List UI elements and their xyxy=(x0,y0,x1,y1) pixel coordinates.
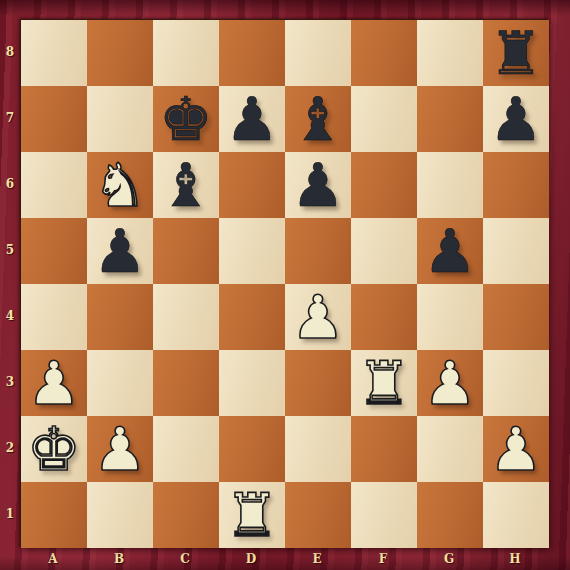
square-f5[interactable] xyxy=(351,218,417,284)
file-labels: ABCDEFGH xyxy=(20,547,548,570)
square-c5[interactable] xyxy=(153,218,219,284)
rank-label-8: 8 xyxy=(0,19,20,85)
piece-white-pawn[interactable]: ♟ xyxy=(21,350,87,416)
piece-black-pawn[interactable]: ♟ xyxy=(219,86,285,152)
square-e7[interactable]: ♝ xyxy=(285,86,351,152)
square-a4[interactable] xyxy=(21,284,87,350)
square-h2[interactable]: ♟ xyxy=(483,416,549,482)
square-g3[interactable]: ♟ xyxy=(417,350,483,416)
square-g4[interactable] xyxy=(417,284,483,350)
square-f7[interactable] xyxy=(351,86,417,152)
piece-black-bishop[interactable]: ♝ xyxy=(285,86,351,152)
square-c4[interactable] xyxy=(153,284,219,350)
file-label-b: B xyxy=(86,547,152,570)
square-a7[interactable] xyxy=(21,86,87,152)
square-a5[interactable] xyxy=(21,218,87,284)
square-e5[interactable] xyxy=(285,218,351,284)
square-f4[interactable] xyxy=(351,284,417,350)
square-d4[interactable] xyxy=(219,284,285,350)
rank-label-2: 2 xyxy=(0,415,20,481)
square-b1[interactable] xyxy=(87,482,153,548)
square-g6[interactable] xyxy=(417,152,483,218)
square-c2[interactable] xyxy=(153,416,219,482)
piece-black-bishop[interactable]: ♝ xyxy=(153,152,219,218)
square-b4[interactable] xyxy=(87,284,153,350)
square-d6[interactable] xyxy=(219,152,285,218)
square-e8[interactable] xyxy=(285,20,351,86)
piece-white-pawn[interactable]: ♟ xyxy=(285,284,351,350)
piece-black-pawn[interactable]: ♟ xyxy=(87,218,153,284)
square-c8[interactable] xyxy=(153,20,219,86)
rank-label-4: 4 xyxy=(0,283,20,349)
square-f8[interactable] xyxy=(351,20,417,86)
square-h7[interactable]: ♟ xyxy=(483,86,549,152)
piece-white-king[interactable]: ♚ xyxy=(21,416,87,482)
square-d7[interactable]: ♟ xyxy=(219,86,285,152)
piece-black-pawn[interactable]: ♟ xyxy=(483,86,549,152)
square-b3[interactable] xyxy=(87,350,153,416)
piece-white-pawn[interactable]: ♟ xyxy=(483,416,549,482)
square-f6[interactable] xyxy=(351,152,417,218)
square-d8[interactable] xyxy=(219,20,285,86)
square-e2[interactable] xyxy=(285,416,351,482)
file-label-e: E xyxy=(284,547,350,570)
square-a3[interactable]: ♟ xyxy=(21,350,87,416)
piece-black-pawn[interactable]: ♟ xyxy=(285,152,351,218)
piece-white-rook[interactable]: ♜ xyxy=(351,350,417,416)
square-g5[interactable]: ♟ xyxy=(417,218,483,284)
square-f3[interactable]: ♜ xyxy=(351,350,417,416)
square-c7[interactable]: ♚ xyxy=(153,86,219,152)
square-b6[interactable]: ♞ xyxy=(87,152,153,218)
square-f2[interactable] xyxy=(351,416,417,482)
rank-label-5: 5 xyxy=(0,217,20,283)
square-b2[interactable]: ♟ xyxy=(87,416,153,482)
square-a2[interactable]: ♚ xyxy=(21,416,87,482)
square-b7[interactable] xyxy=(87,86,153,152)
square-g2[interactable] xyxy=(417,416,483,482)
square-b8[interactable] xyxy=(87,20,153,86)
piece-black-pawn[interactable]: ♟ xyxy=(417,218,483,284)
square-c1[interactable] xyxy=(153,482,219,548)
square-a8[interactable] xyxy=(21,20,87,86)
file-label-a: A xyxy=(20,547,86,570)
rank-label-3: 3 xyxy=(0,349,20,415)
rank-label-7: 7 xyxy=(0,85,20,151)
file-label-c: C xyxy=(152,547,218,570)
piece-white-rook[interactable]: ♜ xyxy=(219,482,285,548)
square-c6[interactable]: ♝ xyxy=(153,152,219,218)
square-h6[interactable] xyxy=(483,152,549,218)
square-a6[interactable] xyxy=(21,152,87,218)
square-a1[interactable] xyxy=(21,482,87,548)
rank-labels: 87654321 xyxy=(0,19,20,547)
piece-black-king[interactable]: ♚ xyxy=(153,86,219,152)
square-g8[interactable] xyxy=(417,20,483,86)
square-b5[interactable]: ♟ xyxy=(87,218,153,284)
square-d2[interactable] xyxy=(219,416,285,482)
square-d5[interactable] xyxy=(219,218,285,284)
file-label-f: F xyxy=(350,547,416,570)
square-e6[interactable]: ♟ xyxy=(285,152,351,218)
piece-white-pawn[interactable]: ♟ xyxy=(417,350,483,416)
piece-white-pawn[interactable]: ♟ xyxy=(87,416,153,482)
board-frame: 87654321 ABCDEFGH ♜♚♟♝♟♞♝♟♟♟♟♟♜♟♚♟♟♜ xyxy=(0,0,570,570)
square-h4[interactable] xyxy=(483,284,549,350)
chess-board: ♜♚♟♝♟♞♝♟♟♟♟♟♜♟♚♟♟♜ xyxy=(20,19,548,547)
file-label-h: H xyxy=(482,547,548,570)
file-label-d: D xyxy=(218,547,284,570)
square-c3[interactable] xyxy=(153,350,219,416)
square-e1[interactable] xyxy=(285,482,351,548)
piece-white-knight[interactable]: ♞ xyxy=(87,152,153,218)
rank-label-6: 6 xyxy=(0,151,20,217)
square-d3[interactable] xyxy=(219,350,285,416)
square-g7[interactable] xyxy=(417,86,483,152)
square-h1[interactable] xyxy=(483,482,549,548)
square-h3[interactable] xyxy=(483,350,549,416)
square-e3[interactable] xyxy=(285,350,351,416)
square-g1[interactable] xyxy=(417,482,483,548)
square-d1[interactable]: ♜ xyxy=(219,482,285,548)
square-f1[interactable] xyxy=(351,482,417,548)
piece-black-rook[interactable]: ♜ xyxy=(483,20,549,86)
square-h8[interactable]: ♜ xyxy=(483,20,549,86)
file-label-g: G xyxy=(416,547,482,570)
rank-label-1: 1 xyxy=(0,481,20,547)
square-h5[interactable] xyxy=(483,218,549,284)
square-e4[interactable]: ♟ xyxy=(285,284,351,350)
